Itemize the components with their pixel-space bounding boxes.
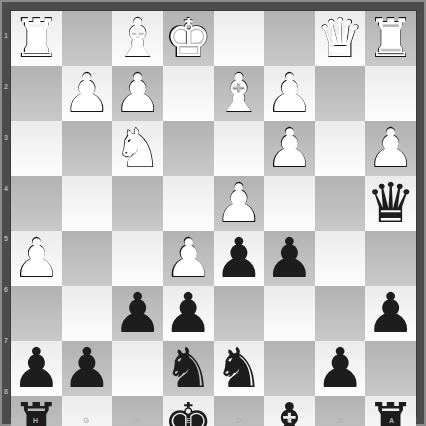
white-queen[interactable]: ♛♕ [315, 11, 366, 66]
square-b4[interactable] [315, 176, 366, 231]
white-pawn[interactable]: ♟♙ [365, 121, 416, 176]
square-b3[interactable] [315, 121, 366, 176]
black-pawn[interactable]: ♟ [62, 341, 113, 396]
square-c6[interactable] [264, 286, 315, 341]
file-label-e: E [163, 417, 214, 424]
file-label-b: B [315, 417, 366, 424]
square-h3[interactable] [11, 121, 62, 176]
square-f6[interactable]: ♟ [112, 286, 163, 341]
chess-board: ♜♖♝♗♚♔♛♕♜♖♟♙♟♙♝♗♟♙♞♘♟♙♟♙♟♙♛♟♙♟♙♟♟♟♟♟♟♟♞♞… [10, 10, 417, 417]
black-knight[interactable]: ♞ [163, 341, 214, 396]
white-rook[interactable]: ♜♖ [365, 11, 416, 66]
square-a1[interactable]: ♜♖ [365, 11, 416, 66]
square-b6[interactable] [315, 286, 366, 341]
square-b7[interactable]: ♟ [315, 341, 366, 396]
square-f7[interactable] [112, 341, 163, 396]
file-label-h: H [10, 417, 61, 424]
white-pawn[interactable]: ♟♙ [214, 176, 265, 231]
white-bishop[interactable]: ♝♗ [112, 11, 163, 66]
square-c2[interactable]: ♟♙ [264, 66, 315, 121]
square-e1[interactable]: ♚♔ [163, 11, 214, 66]
rank-labels: 12345678 [2, 10, 10, 417]
square-c3[interactable]: ♟♙ [264, 121, 315, 176]
white-rook[interactable]: ♜♖ [11, 11, 62, 66]
square-a5[interactable] [365, 231, 416, 286]
white-pawn[interactable]: ♟♙ [11, 231, 62, 286]
rank-label-8: 8 [2, 366, 10, 417]
square-e7[interactable]: ♞ [163, 341, 214, 396]
white-bishop[interactable]: ♝♗ [214, 66, 265, 121]
square-c5[interactable]: ♟ [264, 231, 315, 286]
square-e2[interactable] [163, 66, 214, 121]
file-label-g: G [61, 417, 112, 424]
square-f3[interactable]: ♞♘ [112, 121, 163, 176]
white-pawn[interactable]: ♟♙ [112, 66, 163, 121]
rank-label-3: 3 [2, 112, 10, 163]
square-g3[interactable] [62, 121, 113, 176]
file-labels: HGFEDCBA [10, 417, 417, 424]
rank-label-7: 7 [2, 315, 10, 366]
square-h2[interactable] [11, 66, 62, 121]
white-pawn[interactable]: ♟♙ [62, 66, 113, 121]
square-d4[interactable]: ♟♙ [214, 176, 265, 231]
square-g4[interactable] [62, 176, 113, 231]
file-label-c: C [264, 417, 315, 424]
rank-label-5: 5 [2, 214, 10, 265]
rank-label-1: 1 [2, 10, 10, 61]
square-g5[interactable] [62, 231, 113, 286]
square-e5[interactable]: ♟♙ [163, 231, 214, 286]
square-h6[interactable] [11, 286, 62, 341]
square-g1[interactable] [62, 11, 113, 66]
black-pawn[interactable]: ♟ [214, 231, 265, 286]
square-b5[interactable] [315, 231, 366, 286]
square-h5[interactable]: ♟♙ [11, 231, 62, 286]
rank-label-2: 2 [2, 61, 10, 112]
white-pawn[interactable]: ♟♙ [163, 231, 214, 286]
black-knight[interactable]: ♞ [214, 341, 265, 396]
black-queen[interactable]: ♛ [365, 176, 416, 231]
square-b1[interactable]: ♛♕ [315, 11, 366, 66]
square-d6[interactable] [214, 286, 265, 341]
square-f1[interactable]: ♝♗ [112, 11, 163, 66]
square-a3[interactable]: ♟♙ [365, 121, 416, 176]
square-d3[interactable] [214, 121, 265, 176]
black-pawn[interactable]: ♟ [365, 286, 416, 341]
file-label-a: A [366, 417, 417, 424]
square-g2[interactable]: ♟♙ [62, 66, 113, 121]
white-knight[interactable]: ♞♘ [112, 121, 163, 176]
square-f2[interactable]: ♟♙ [112, 66, 163, 121]
square-h1[interactable]: ♜♖ [11, 11, 62, 66]
white-pawn[interactable]: ♟♙ [264, 121, 315, 176]
file-label-f: F [112, 417, 163, 424]
square-d2[interactable]: ♝♗ [214, 66, 265, 121]
white-pawn[interactable]: ♟♙ [264, 66, 315, 121]
black-pawn[interactable]: ♟ [163, 286, 214, 341]
square-c7[interactable] [264, 341, 315, 396]
black-pawn[interactable]: ♟ [11, 341, 62, 396]
square-d7[interactable]: ♞ [214, 341, 265, 396]
square-f5[interactable] [112, 231, 163, 286]
square-e3[interactable] [163, 121, 214, 176]
square-a7[interactable] [365, 341, 416, 396]
square-b2[interactable] [315, 66, 366, 121]
square-h4[interactable] [11, 176, 62, 231]
square-h7[interactable]: ♟ [11, 341, 62, 396]
chess-board-frame: 12345678 ♜♖♝♗♚♔♛♕♜♖♟♙♟♙♝♗♟♙♞♘♟♙♟♙♟♙♛♟♙♟♙… [0, 0, 426, 426]
square-d1[interactable] [214, 11, 265, 66]
square-f4[interactable] [112, 176, 163, 231]
square-d5[interactable]: ♟ [214, 231, 265, 286]
file-label-d: D [214, 417, 265, 424]
square-a2[interactable] [365, 66, 416, 121]
square-e4[interactable] [163, 176, 214, 231]
black-pawn[interactable]: ♟ [264, 231, 315, 286]
black-pawn[interactable]: ♟ [112, 286, 163, 341]
square-a6[interactable]: ♟ [365, 286, 416, 341]
rank-label-4: 4 [2, 163, 10, 214]
black-pawn[interactable]: ♟ [315, 341, 366, 396]
square-c4[interactable] [264, 176, 315, 231]
square-c1[interactable] [264, 11, 315, 66]
rank-label-6: 6 [2, 264, 10, 315]
square-a4[interactable]: ♛ [365, 176, 416, 231]
white-king[interactable]: ♚♔ [163, 11, 214, 66]
square-g6[interactable] [62, 286, 113, 341]
square-e6[interactable]: ♟ [163, 286, 214, 341]
square-g7[interactable]: ♟ [62, 341, 113, 396]
